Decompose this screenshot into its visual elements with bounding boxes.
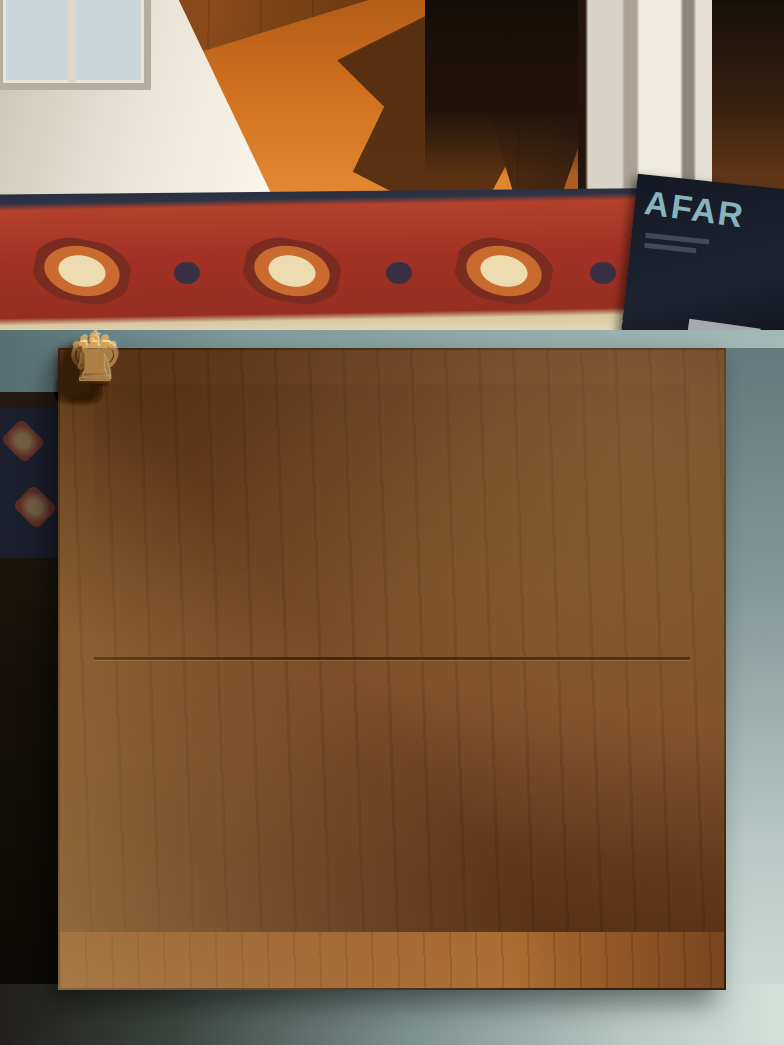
magazine-title: AFAR: [642, 183, 747, 236]
magazine-caption-line: [645, 233, 709, 245]
magazine-caption-line: [644, 243, 696, 253]
rug-border-motif: [0, 418, 45, 463]
rug-border-glimpse: [0, 408, 58, 558]
rug-medallion: [451, 232, 557, 311]
rug-motif-dot: [174, 262, 200, 284]
rug-border-motif: [12, 484, 57, 529]
rug-medallion: [239, 232, 345, 311]
rug-motif-dot: [590, 262, 616, 284]
shadowed-wall: [712, 0, 784, 200]
table-surface-right: [726, 348, 784, 998]
board-frame-front: [60, 932, 724, 988]
window-mullion: [68, 0, 76, 83]
board-fold-seam: [94, 657, 690, 661]
dark-doorway: [425, 0, 595, 175]
piece-white-rook-h1[interactable]: ♜: [70, 336, 118, 389]
chess-board: ♜♞♝♛♚♝♞♜♟♟♟♟♟♟♟♟♟♟♟♟♟♟♟♟♜♞♝♛♚♝♞♜: [58, 348, 726, 990]
door-window: [0, 0, 151, 90]
photo-scene: AFAR ♜♞♝♛♚♝♞♜♟♟♟♟♟♟♟♟♟♟♟♟♟♟♟♟♜♞♝♛♚♝♞♜: [0, 0, 784, 1045]
rug-medallion: [29, 232, 135, 311]
table-surface-front: [0, 984, 784, 1045]
rug-motif-dot: [386, 262, 412, 284]
